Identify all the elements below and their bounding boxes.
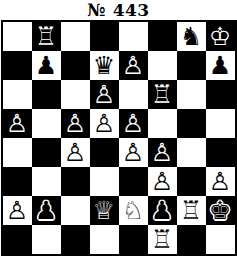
square-g3[interactable] <box>177 167 206 196</box>
square-c5[interactable]: ♙ <box>61 109 90 138</box>
piece-white-rook: ♖ <box>151 80 173 109</box>
square-e3[interactable] <box>119 167 148 196</box>
square-g6[interactable] <box>177 80 206 109</box>
square-g5[interactable] <box>177 109 206 138</box>
square-h4[interactable] <box>206 138 235 167</box>
square-h5[interactable] <box>206 109 235 138</box>
square-c3[interactable] <box>61 167 90 196</box>
piece-white-pawn: ♙ <box>122 51 144 80</box>
puzzle-page: № 443 ♖♞♔♟♛♙♟♙♖♙♙♙♙♙♙♙♙♙♙♟♕♘♟♖♚♖ <box>0 0 237 260</box>
square-f2[interactable]: ♟ <box>148 196 177 225</box>
square-f1[interactable]: ♖ <box>148 225 177 254</box>
square-f6[interactable]: ♖ <box>148 80 177 109</box>
piece-black-pawn: ♟ <box>151 196 173 225</box>
square-d7[interactable]: ♛ <box>90 51 119 80</box>
square-d2[interactable]: ♕ <box>90 196 119 225</box>
square-b1[interactable] <box>32 225 61 254</box>
square-g1[interactable] <box>177 225 206 254</box>
puzzle-number: № 443 <box>0 0 237 20</box>
square-h2[interactable]: ♚ <box>206 196 235 225</box>
piece-white-pawn: ♙ <box>64 138 86 167</box>
square-a1[interactable] <box>3 225 32 254</box>
square-f8[interactable] <box>148 22 177 51</box>
square-b6[interactable] <box>32 80 61 109</box>
square-f4[interactable]: ♙ <box>148 138 177 167</box>
square-d4[interactable] <box>90 138 119 167</box>
piece-white-pawn: ♙ <box>6 196 28 225</box>
square-g2[interactable]: ♖ <box>177 196 206 225</box>
piece-black-pawn: ♟ <box>35 196 57 225</box>
piece-black-king: ♚ <box>209 196 231 225</box>
piece-black-pawn: ♟ <box>35 51 57 80</box>
square-c7[interactable] <box>61 51 90 80</box>
square-a2[interactable]: ♙ <box>3 196 32 225</box>
square-e1[interactable] <box>119 225 148 254</box>
square-h3[interactable]: ♙ <box>206 167 235 196</box>
square-c8[interactable] <box>61 22 90 51</box>
square-e2[interactable]: ♘ <box>119 196 148 225</box>
piece-white-rook: ♖ <box>151 225 173 254</box>
square-a6[interactable] <box>3 80 32 109</box>
piece-white-knight: ♘ <box>122 196 144 225</box>
piece-black-pawn: ♟ <box>209 51 231 80</box>
square-e8[interactable] <box>119 22 148 51</box>
square-h6[interactable] <box>206 80 235 109</box>
piece-white-pawn: ♙ <box>151 138 173 167</box>
square-g8[interactable]: ♞ <box>177 22 206 51</box>
piece-white-rook: ♖ <box>180 196 202 225</box>
square-f3[interactable]: ♙ <box>148 167 177 196</box>
square-h7[interactable]: ♟ <box>206 51 235 80</box>
square-f5[interactable] <box>148 109 177 138</box>
piece-white-pawn: ♙ <box>93 109 115 138</box>
square-f7[interactable] <box>148 51 177 80</box>
piece-white-pawn: ♙ <box>209 167 231 196</box>
square-d6[interactable]: ♙ <box>90 80 119 109</box>
square-e5[interactable]: ♙ <box>119 109 148 138</box>
piece-white-pawn: ♙ <box>93 80 115 109</box>
square-b2[interactable]: ♟ <box>32 196 61 225</box>
square-g4[interactable] <box>177 138 206 167</box>
square-a8[interactable] <box>3 22 32 51</box>
square-h8[interactable]: ♔ <box>206 22 235 51</box>
square-a3[interactable] <box>3 167 32 196</box>
piece-white-pawn: ♙ <box>151 167 173 196</box>
piece-white-pawn: ♙ <box>122 138 144 167</box>
square-b8[interactable]: ♖ <box>32 22 61 51</box>
piece-white-queen: ♕ <box>93 196 115 225</box>
piece-white-pawn: ♙ <box>122 109 144 138</box>
square-e7[interactable]: ♙ <box>119 51 148 80</box>
square-d8[interactable] <box>90 22 119 51</box>
square-a5[interactable]: ♙ <box>3 109 32 138</box>
piece-white-pawn: ♙ <box>64 109 86 138</box>
square-c4[interactable]: ♙ <box>61 138 90 167</box>
square-c2[interactable] <box>61 196 90 225</box>
square-c6[interactable] <box>61 80 90 109</box>
square-d5[interactable]: ♙ <box>90 109 119 138</box>
square-b7[interactable]: ♟ <box>32 51 61 80</box>
square-c1[interactable] <box>61 225 90 254</box>
piece-white-rook: ♖ <box>35 22 57 51</box>
square-g7[interactable] <box>177 51 206 80</box>
square-a4[interactable] <box>3 138 32 167</box>
square-b3[interactable] <box>32 167 61 196</box>
square-d1[interactable] <box>90 225 119 254</box>
piece-white-pawn: ♙ <box>6 109 28 138</box>
square-e4[interactable]: ♙ <box>119 138 148 167</box>
piece-black-knight: ♞ <box>180 22 202 51</box>
piece-black-queen: ♛ <box>93 51 115 80</box>
square-b5[interactable] <box>32 109 61 138</box>
square-a7[interactable] <box>3 51 32 80</box>
square-e6[interactable] <box>119 80 148 109</box>
piece-white-king: ♔ <box>209 22 231 51</box>
chess-board: ♖♞♔♟♛♙♟♙♖♙♙♙♙♙♙♙♙♙♙♟♕♘♟♖♚♖ <box>1 20 237 256</box>
square-h1[interactable] <box>206 225 235 254</box>
square-b4[interactable] <box>32 138 61 167</box>
square-d3[interactable] <box>90 167 119 196</box>
